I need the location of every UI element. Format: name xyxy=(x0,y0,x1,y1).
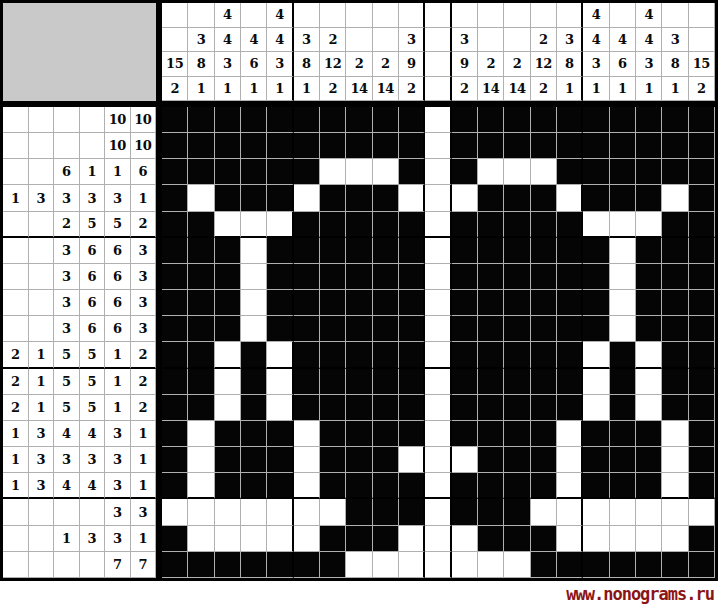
grid-cell[interactable] xyxy=(531,499,557,525)
grid-cell[interactable] xyxy=(320,264,346,290)
grid-cell[interactable] xyxy=(346,316,372,342)
grid-cell[interactable] xyxy=(346,552,372,578)
grid-cell[interactable] xyxy=(610,238,636,264)
grid-cell[interactable] xyxy=(241,290,267,316)
grid-cell[interactable] xyxy=(689,395,715,421)
grid-cell[interactable] xyxy=(610,395,636,421)
grid-cell[interactable] xyxy=(346,342,372,368)
grid-cell[interactable] xyxy=(452,342,478,368)
grid-cell[interactable] xyxy=(425,552,451,578)
grid-cell[interactable] xyxy=(425,159,451,185)
grid-cell[interactable] xyxy=(610,185,636,211)
grid-cell[interactable] xyxy=(504,107,530,133)
grid-cell[interactable] xyxy=(531,212,557,238)
grid-cell[interactable] xyxy=(557,238,583,264)
grid-cell[interactable] xyxy=(399,185,425,211)
grid-cell[interactable] xyxy=(294,159,320,185)
grid-cell[interactable] xyxy=(399,290,425,316)
grid-cell[interactable] xyxy=(267,395,293,421)
grid-cell[interactable] xyxy=(478,264,504,290)
grid-cell[interactable] xyxy=(636,212,662,238)
grid-cell[interactable] xyxy=(267,552,293,578)
grid-cell[interactable] xyxy=(267,159,293,185)
grid-cell[interactable] xyxy=(557,526,583,552)
grid-cell[interactable] xyxy=(373,238,399,264)
grid-cell[interactable] xyxy=(583,133,609,159)
grid-cell[interactable] xyxy=(241,212,267,238)
grid-cell[interactable] xyxy=(557,290,583,316)
grid-cell[interactable] xyxy=(399,447,425,473)
grid-cell[interactable] xyxy=(531,107,557,133)
grid-cell[interactable] xyxy=(241,473,267,499)
grid-cell[interactable] xyxy=(294,212,320,238)
grid-cell[interactable] xyxy=(294,290,320,316)
grid-cell[interactable] xyxy=(346,212,372,238)
grid-cell[interactable] xyxy=(346,107,372,133)
grid-cell[interactable] xyxy=(531,185,557,211)
grid-cell[interactable] xyxy=(557,447,583,473)
grid-cell[interactable] xyxy=(610,316,636,342)
grid-cell[interactable] xyxy=(583,473,609,499)
grid-cell[interactable] xyxy=(215,159,241,185)
grid-cell[interactable] xyxy=(267,133,293,159)
grid-cell[interactable] xyxy=(267,264,293,290)
grid-cell[interactable] xyxy=(689,316,715,342)
grid-cell[interactable] xyxy=(162,290,188,316)
grid-cell[interactable] xyxy=(531,133,557,159)
grid-cell[interactable] xyxy=(662,185,688,211)
grid-cell[interactable] xyxy=(373,395,399,421)
grid-cell[interactable] xyxy=(241,185,267,211)
grid-cell[interactable] xyxy=(610,552,636,578)
grid-cell[interactable] xyxy=(241,552,267,578)
grid-cell[interactable] xyxy=(636,264,662,290)
grid-cell[interactable] xyxy=(689,342,715,368)
grid-cell[interactable] xyxy=(188,526,214,552)
grid-cell[interactable] xyxy=(320,552,346,578)
grid-cell[interactable] xyxy=(425,395,451,421)
grid-cell[interactable] xyxy=(188,290,214,316)
grid-cell[interactable] xyxy=(452,552,478,578)
grid-cell[interactable] xyxy=(504,264,530,290)
grid-cell[interactable] xyxy=(294,133,320,159)
grid-cell[interactable] xyxy=(557,421,583,447)
grid-cell[interactable] xyxy=(504,212,530,238)
grid-cell[interactable] xyxy=(399,159,425,185)
grid-cell[interactable] xyxy=(188,395,214,421)
grid-cell[interactable] xyxy=(373,342,399,368)
grid-cell[interactable] xyxy=(215,212,241,238)
grid-cell[interactable] xyxy=(504,316,530,342)
grid-cell[interactable] xyxy=(557,395,583,421)
grid-cell[interactable] xyxy=(294,447,320,473)
grid-cell[interactable] xyxy=(267,447,293,473)
grid-cell[interactable] xyxy=(294,395,320,421)
grid-cell[interactable] xyxy=(583,238,609,264)
grid-cell[interactable] xyxy=(267,421,293,447)
grid-cell[interactable] xyxy=(636,159,662,185)
grid-cell[interactable] xyxy=(215,107,241,133)
grid-cell[interactable] xyxy=(557,264,583,290)
grid-cell[interactable] xyxy=(399,421,425,447)
grid-cell[interactable] xyxy=(452,107,478,133)
grid-cell[interactable] xyxy=(452,185,478,211)
grid-cell[interactable] xyxy=(294,421,320,447)
grid-cell[interactable] xyxy=(636,369,662,395)
grid-cell[interactable] xyxy=(689,369,715,395)
grid-cell[interactable] xyxy=(662,159,688,185)
grid-cell[interactable] xyxy=(215,342,241,368)
grid-cell[interactable] xyxy=(294,499,320,525)
grid-cell[interactable] xyxy=(662,290,688,316)
grid-cell[interactable] xyxy=(241,159,267,185)
grid-cell[interactable] xyxy=(478,499,504,525)
grid-cell[interactable] xyxy=(373,290,399,316)
grid-cell[interactable] xyxy=(241,107,267,133)
grid-cell[interactable] xyxy=(478,107,504,133)
grid-cell[interactable] xyxy=(320,395,346,421)
grid-cell[interactable] xyxy=(188,185,214,211)
grid-cell[interactable] xyxy=(557,369,583,395)
grid-cell[interactable] xyxy=(373,526,399,552)
grid-cell[interactable] xyxy=(662,526,688,552)
grid-cell[interactable] xyxy=(162,526,188,552)
grid-cell[interactable] xyxy=(425,316,451,342)
grid-cell[interactable] xyxy=(504,395,530,421)
grid-cell[interactable] xyxy=(425,185,451,211)
grid-cell[interactable] xyxy=(610,264,636,290)
grid-cell[interactable] xyxy=(399,316,425,342)
grid-cell[interactable] xyxy=(346,264,372,290)
grid-cell[interactable] xyxy=(373,552,399,578)
grid-cell[interactable] xyxy=(267,290,293,316)
grid-cell[interactable] xyxy=(294,316,320,342)
grid-cell[interactable] xyxy=(478,316,504,342)
grid-cell[interactable] xyxy=(531,159,557,185)
grid-cell[interactable] xyxy=(531,369,557,395)
grid-cell[interactable] xyxy=(241,238,267,264)
grid-cell[interactable] xyxy=(320,159,346,185)
grid-cell[interactable] xyxy=(452,212,478,238)
grid-cell[interactable] xyxy=(583,447,609,473)
grid-cell[interactable] xyxy=(373,107,399,133)
grid-cell[interactable] xyxy=(373,369,399,395)
grid-cell[interactable] xyxy=(610,499,636,525)
grid-cell[interactable] xyxy=(162,447,188,473)
grid-cell[interactable] xyxy=(267,473,293,499)
grid-cell[interactable] xyxy=(662,316,688,342)
grid-cell[interactable] xyxy=(215,238,241,264)
grid-cell[interactable] xyxy=(425,369,451,395)
grid-cell[interactable] xyxy=(425,473,451,499)
grid-cell[interactable] xyxy=(452,421,478,447)
grid-cell[interactable] xyxy=(689,212,715,238)
grid-cell[interactable] xyxy=(662,552,688,578)
grid-cell[interactable] xyxy=(346,447,372,473)
grid-cell[interactable] xyxy=(689,290,715,316)
grid-cell[interactable] xyxy=(346,238,372,264)
grid-cell[interactable] xyxy=(267,499,293,525)
grid-cell[interactable] xyxy=(425,499,451,525)
grid-cell[interactable] xyxy=(425,264,451,290)
grid-cell[interactable] xyxy=(215,316,241,342)
grid-cell[interactable] xyxy=(215,499,241,525)
grid-cell[interactable] xyxy=(689,421,715,447)
grid-cell[interactable] xyxy=(188,133,214,159)
grid-cell[interactable] xyxy=(557,107,583,133)
grid-cell[interactable] xyxy=(320,369,346,395)
grid-cell[interactable] xyxy=(689,185,715,211)
grid-cell[interactable] xyxy=(188,473,214,499)
grid-cell[interactable] xyxy=(478,526,504,552)
grid-cell[interactable] xyxy=(452,526,478,552)
grid-cell[interactable] xyxy=(531,342,557,368)
grid-cell[interactable] xyxy=(478,421,504,447)
grid-cell[interactable] xyxy=(636,185,662,211)
grid-cell[interactable] xyxy=(478,212,504,238)
grid-cell[interactable] xyxy=(583,421,609,447)
grid-cell[interactable] xyxy=(373,264,399,290)
grid-cell[interactable] xyxy=(662,212,688,238)
grid-cell[interactable] xyxy=(425,133,451,159)
grid-cell[interactable] xyxy=(188,238,214,264)
grid-cell[interactable] xyxy=(452,395,478,421)
grid-cell[interactable] xyxy=(452,238,478,264)
grid-cell[interactable] xyxy=(610,107,636,133)
grid-cell[interactable] xyxy=(504,369,530,395)
grid-cell[interactable] xyxy=(294,185,320,211)
grid-cell[interactable] xyxy=(662,369,688,395)
grid-cell[interactable] xyxy=(346,526,372,552)
grid-cell[interactable] xyxy=(662,499,688,525)
grid-cell[interactable] xyxy=(320,421,346,447)
grid-cell[interactable] xyxy=(689,264,715,290)
grid-cell[interactable] xyxy=(452,264,478,290)
grid-cell[interactable] xyxy=(188,552,214,578)
grid-cell[interactable] xyxy=(215,133,241,159)
grid-cell[interactable] xyxy=(241,342,267,368)
grid-cell[interactable] xyxy=(610,447,636,473)
grid-cell[interactable] xyxy=(636,499,662,525)
grid-cell[interactable] xyxy=(557,316,583,342)
grid-cell[interactable] xyxy=(425,212,451,238)
grid-cell[interactable] xyxy=(557,185,583,211)
grid-cell[interactable] xyxy=(610,473,636,499)
grid-cell[interactable] xyxy=(452,499,478,525)
grid-cell[interactable] xyxy=(267,212,293,238)
grid-cell[interactable] xyxy=(320,212,346,238)
grid-cell[interactable] xyxy=(478,552,504,578)
grid-cell[interactable] xyxy=(241,526,267,552)
grid-cell[interactable] xyxy=(583,107,609,133)
grid-cell[interactable] xyxy=(583,159,609,185)
grid-cell[interactable] xyxy=(531,395,557,421)
grid-cell[interactable] xyxy=(504,185,530,211)
grid-cell[interactable] xyxy=(662,238,688,264)
grid-cell[interactable] xyxy=(504,499,530,525)
grid-cell[interactable] xyxy=(478,133,504,159)
grid-cell[interactable] xyxy=(662,421,688,447)
grid-cell[interactable] xyxy=(425,342,451,368)
grid-cell[interactable] xyxy=(346,499,372,525)
grid-cell[interactable] xyxy=(636,421,662,447)
grid-cell[interactable] xyxy=(241,395,267,421)
grid-cell[interactable] xyxy=(162,316,188,342)
grid-cell[interactable] xyxy=(320,316,346,342)
grid-cell[interactable] xyxy=(162,212,188,238)
grid-cell[interactable] xyxy=(557,499,583,525)
grid-cell[interactable] xyxy=(531,447,557,473)
grid-cell[interactable] xyxy=(373,212,399,238)
grid-cell[interactable] xyxy=(610,369,636,395)
grid-cell[interactable] xyxy=(557,159,583,185)
grid-cell[interactable] xyxy=(399,264,425,290)
grid-cell[interactable] xyxy=(583,342,609,368)
grid-cell[interactable] xyxy=(188,342,214,368)
grid-cell[interactable] xyxy=(452,447,478,473)
grid-cell[interactable] xyxy=(452,369,478,395)
grid-cell[interactable] xyxy=(241,264,267,290)
grid-cell[interactable] xyxy=(320,447,346,473)
grid-cell[interactable] xyxy=(188,316,214,342)
grid-cell[interactable] xyxy=(583,212,609,238)
grid-cell[interactable] xyxy=(399,238,425,264)
grid-cell[interactable] xyxy=(478,238,504,264)
grid-cell[interactable] xyxy=(399,212,425,238)
grid-cell[interactable] xyxy=(610,159,636,185)
grid-cell[interactable] xyxy=(162,421,188,447)
grid-cell[interactable] xyxy=(241,133,267,159)
grid-cell[interactable] xyxy=(557,552,583,578)
grid-cell[interactable] xyxy=(373,447,399,473)
grid-cell[interactable] xyxy=(531,552,557,578)
grid-cell[interactable] xyxy=(583,552,609,578)
grid-cell[interactable] xyxy=(399,395,425,421)
grid-cell[interactable] xyxy=(162,342,188,368)
grid-cell[interactable] xyxy=(346,473,372,499)
grid-cell[interactable] xyxy=(241,499,267,525)
grid-cell[interactable] xyxy=(188,369,214,395)
grid-cell[interactable] xyxy=(662,447,688,473)
grid-cell[interactable] xyxy=(373,499,399,525)
grid-cell[interactable] xyxy=(662,473,688,499)
grid-cell[interactable] xyxy=(241,316,267,342)
grid-cell[interactable] xyxy=(531,290,557,316)
grid-cell[interactable] xyxy=(373,473,399,499)
grid-cell[interactable] xyxy=(320,185,346,211)
grid-cell[interactable] xyxy=(425,421,451,447)
grid-cell[interactable] xyxy=(610,290,636,316)
grid-cell[interactable] xyxy=(267,107,293,133)
grid-cell[interactable] xyxy=(636,395,662,421)
grid-cell[interactable] xyxy=(504,473,530,499)
grid-cell[interactable] xyxy=(294,107,320,133)
grid-cell[interactable] xyxy=(294,526,320,552)
grid-cell[interactable] xyxy=(162,133,188,159)
grid-cell[interactable] xyxy=(425,238,451,264)
grid-cell[interactable] xyxy=(689,447,715,473)
grid-cell[interactable] xyxy=(636,133,662,159)
grid-cell[interactable] xyxy=(373,159,399,185)
grid-cell[interactable] xyxy=(188,107,214,133)
grid-cell[interactable] xyxy=(346,395,372,421)
grid-cell[interactable] xyxy=(425,107,451,133)
grid-cell[interactable] xyxy=(504,447,530,473)
grid-cell[interactable] xyxy=(689,552,715,578)
grid-cell[interactable] xyxy=(504,159,530,185)
grid-cell[interactable] xyxy=(346,159,372,185)
grid-cell[interactable] xyxy=(610,526,636,552)
grid-cell[interactable] xyxy=(320,499,346,525)
grid-cell[interactable] xyxy=(373,316,399,342)
grid-cell[interactable] xyxy=(346,369,372,395)
grid-cell[interactable] xyxy=(162,552,188,578)
grid-cell[interactable] xyxy=(188,499,214,525)
grid-cell[interactable] xyxy=(531,421,557,447)
grid-cell[interactable] xyxy=(478,447,504,473)
grid-cell[interactable] xyxy=(399,369,425,395)
grid-cell[interactable] xyxy=(504,421,530,447)
grid-cell[interactable] xyxy=(215,369,241,395)
grid-cell[interactable] xyxy=(636,526,662,552)
grid-cell[interactable] xyxy=(636,238,662,264)
grid-cell[interactable] xyxy=(267,238,293,264)
grid-cell[interactable] xyxy=(188,447,214,473)
grid-cell[interactable] xyxy=(689,526,715,552)
grid-cell[interactable] xyxy=(610,212,636,238)
grid-cell[interactable] xyxy=(320,107,346,133)
grid-cell[interactable] xyxy=(531,526,557,552)
grid-cell[interactable] xyxy=(636,447,662,473)
grid-cell[interactable] xyxy=(162,499,188,525)
grid-cell[interactable] xyxy=(689,473,715,499)
grid-cell[interactable] xyxy=(662,342,688,368)
grid-cell[interactable] xyxy=(452,159,478,185)
grid-cell[interactable] xyxy=(241,369,267,395)
grid-cell[interactable] xyxy=(373,185,399,211)
grid-cell[interactable] xyxy=(636,342,662,368)
grid-cell[interactable] xyxy=(583,185,609,211)
grid-cell[interactable] xyxy=(531,316,557,342)
grid-cell[interactable] xyxy=(399,552,425,578)
grid-cell[interactable] xyxy=(636,552,662,578)
grid-cell[interactable] xyxy=(188,421,214,447)
grid-cell[interactable] xyxy=(215,421,241,447)
grid-cell[interactable] xyxy=(689,238,715,264)
grid-cell[interactable] xyxy=(583,316,609,342)
grid-cell[interactable] xyxy=(215,447,241,473)
grid-cell[interactable] xyxy=(557,473,583,499)
grid-cell[interactable] xyxy=(294,264,320,290)
grid-cell[interactable] xyxy=(320,290,346,316)
grid-cell[interactable] xyxy=(215,290,241,316)
grid-cell[interactable] xyxy=(504,290,530,316)
grid-cell[interactable] xyxy=(689,133,715,159)
grid-cell[interactable] xyxy=(320,342,346,368)
grid-cell[interactable] xyxy=(531,238,557,264)
grid-cell[interactable] xyxy=(662,107,688,133)
grid-cell[interactable] xyxy=(241,421,267,447)
grid-cell[interactable] xyxy=(399,107,425,133)
grid-cell[interactable] xyxy=(399,473,425,499)
grid-cell[interactable] xyxy=(188,159,214,185)
grid-cell[interactable] xyxy=(346,421,372,447)
grid-cell[interactable] xyxy=(478,473,504,499)
grid-cell[interactable] xyxy=(373,421,399,447)
grid-cell[interactable] xyxy=(162,238,188,264)
grid-cell[interactable] xyxy=(610,133,636,159)
grid-cell[interactable] xyxy=(162,159,188,185)
